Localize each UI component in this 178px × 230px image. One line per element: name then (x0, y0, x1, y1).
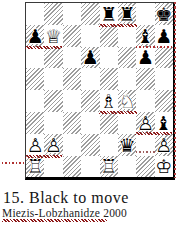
square-f4: ♞♘ (118, 90, 136, 112)
black-rook-icon: ♜ (100, 4, 118, 25)
piece-halo: ♛ (118, 135, 136, 156)
piece-halo: ♜ (26, 156, 44, 177)
piece-halo: ♟ (136, 47, 154, 68)
piece-halo: ♜ (118, 4, 136, 25)
spellcheck-underline-e4f4 (99, 111, 137, 114)
square-g7: ♝♝ (136, 25, 154, 47)
white-queen-icon: ♕ (44, 26, 62, 47)
spellcheck-underline-a7b7 (25, 46, 62, 49)
square-e5 (100, 68, 118, 90)
white-knight-icon: ♘ (118, 91, 136, 112)
white-pawn-icon: ♙ (155, 135, 173, 156)
square-e4: ♝♗ (100, 90, 118, 112)
square-e3 (100, 112, 118, 134)
square-g5 (136, 68, 154, 90)
square-f1 (118, 156, 136, 178)
square-d1 (81, 156, 99, 178)
revision-mark-line (174, 2, 176, 178)
square-h3: ♝♝ (155, 112, 173, 134)
square-e6 (100, 47, 118, 69)
piece-halo: ♝ (136, 26, 154, 47)
square-b7: ♛♕ (44, 25, 62, 47)
square-g3: ♟♙ (136, 112, 154, 134)
square-b2: ♟♙ (44, 134, 62, 156)
piece-halo: ♛ (44, 26, 62, 47)
square-g1 (136, 156, 154, 178)
square-a2: ♟♙ (26, 134, 44, 156)
white-king-icon: ♔ (155, 156, 173, 177)
square-d3 (81, 112, 99, 134)
square-c8 (63, 3, 81, 25)
square-h6 (155, 47, 173, 69)
square-g4 (136, 90, 154, 112)
black-pawn-icon: ♟ (155, 26, 173, 47)
spellcheck-underline-g3h3 (135, 132, 172, 135)
square-e8: ♜♜ (100, 3, 118, 25)
puzzle-caption: 15. Black to move (3, 189, 129, 207)
black-bishop-icon: ♝ (136, 26, 154, 47)
square-f2: ♛♛ (118, 134, 136, 156)
square-a5 (26, 68, 44, 90)
square-c3 (63, 112, 81, 134)
white-pawn-icon: ♙ (44, 135, 62, 156)
white-rook-icon: ♖ (100, 156, 118, 177)
square-c1 (63, 156, 81, 178)
square-a6 (26, 47, 44, 69)
square-f6 (118, 47, 136, 69)
piece-halo: ♟ (81, 47, 99, 68)
square-f8: ♜♜ (118, 3, 136, 25)
black-rook-icon: ♜ (118, 4, 136, 25)
black-pawn-icon: ♟ (136, 47, 154, 68)
square-h7: ♟♟ (155, 25, 173, 47)
piece-halo: ♝ (100, 91, 118, 112)
left-margin-dotted-line (2, 162, 24, 164)
square-f5 (118, 68, 136, 90)
white-rook-icon: ♖ (26, 156, 44, 177)
piece-halo: ♜ (100, 156, 118, 177)
square-c7 (63, 25, 81, 47)
piece-halo: ♟ (26, 26, 44, 47)
square-h1: ♚♔ (155, 156, 173, 178)
square-c5 (63, 68, 81, 90)
spellcheck-underline-a2b2 (25, 155, 62, 158)
square-b1 (44, 156, 62, 178)
square-h2: ♟♙ (155, 134, 173, 156)
square-f3 (118, 112, 136, 134)
square-d7 (81, 25, 99, 47)
square-g6: ♟♟ (136, 47, 154, 69)
square-a8 (26, 3, 44, 25)
square-c2 (63, 134, 81, 156)
piece-halo: ♟ (155, 135, 173, 156)
spellcheck-underline-e8f8 (99, 24, 137, 27)
square-e7 (100, 25, 118, 47)
piece-halo: ♜ (100, 4, 118, 25)
square-a7: ♟♟ (26, 25, 44, 47)
piece-halo: ♞ (118, 91, 136, 112)
piece-halo: ♟ (44, 135, 62, 156)
square-h4 (155, 90, 173, 112)
square-b4 (44, 90, 62, 112)
square-d6: ♟♟ (81, 47, 99, 69)
square-c6 (63, 47, 81, 69)
square-a3 (26, 112, 44, 134)
square-b8 (44, 3, 62, 25)
black-queen-icon: ♛ (118, 135, 136, 156)
square-h5 (155, 68, 173, 90)
piece-halo: ♟ (155, 26, 173, 47)
spellcheck-underline-source (2, 219, 107, 222)
spellcheck-underline-g7h7 (136, 46, 172, 48)
source-line: Miezis-Lobzhanidze 2000 (2, 207, 127, 219)
square-d4 (81, 90, 99, 112)
square-e1: ♜♖ (100, 156, 118, 178)
square-d8 (81, 3, 99, 25)
black-pawn-icon: ♟ (81, 47, 99, 68)
square-a1: ♜♖ (26, 156, 44, 178)
square-e2 (100, 134, 118, 156)
square-g8 (136, 3, 154, 25)
square-d2 (81, 134, 99, 156)
black-king-icon: ♚ (155, 4, 173, 25)
square-a4 (26, 90, 44, 112)
square-h8: ♚♚ (155, 3, 173, 25)
square-b3 (44, 112, 62, 134)
square-c4 (63, 90, 81, 112)
dotted-artifact-f2h2 (136, 151, 155, 153)
square-b6 (44, 47, 62, 69)
square-d5 (81, 68, 99, 90)
square-b5 (44, 68, 62, 90)
piece-halo: ♚ (155, 4, 173, 25)
square-f7 (118, 25, 136, 47)
white-bishop-icon: ♗ (100, 91, 118, 112)
black-pawn-icon: ♟ (26, 26, 44, 47)
white-pawn-icon: ♙ (26, 135, 44, 156)
piece-halo: ♚ (155, 156, 173, 177)
piece-halo: ♟ (26, 135, 44, 156)
